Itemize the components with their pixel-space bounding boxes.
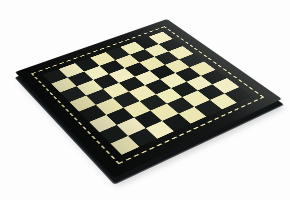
product-photo-stage [0,0,290,200]
chess-board [15,19,282,178]
